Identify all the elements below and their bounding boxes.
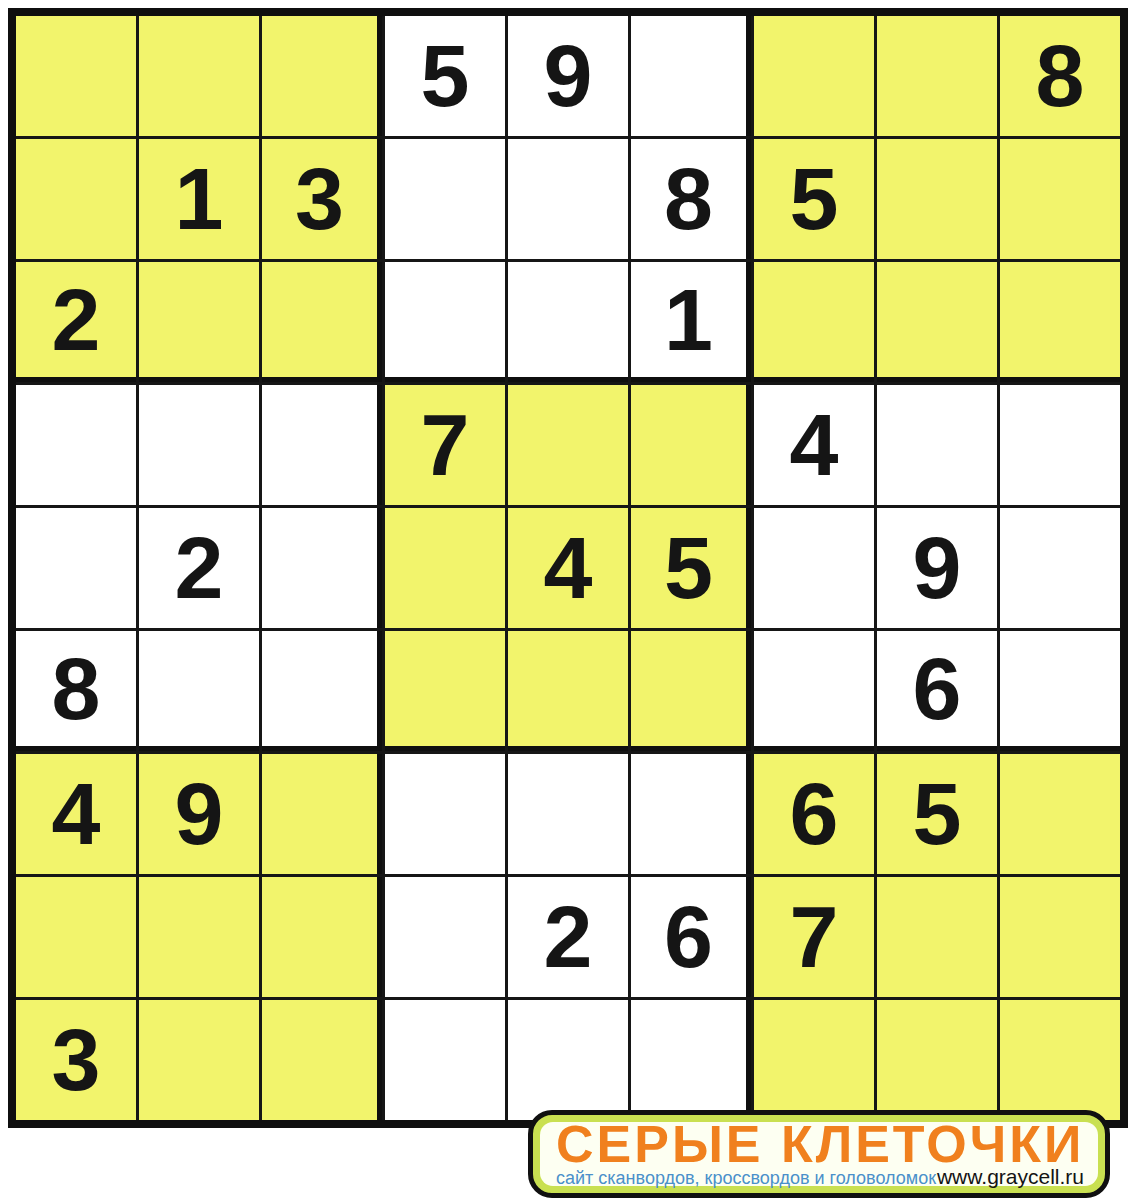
cell-r2c2: 1 xyxy=(139,139,259,259)
sudoku-board: 5981385217424598649652673 xyxy=(8,8,1128,1128)
cell-r9c7[interactable] xyxy=(754,1000,874,1120)
cell-r4c8[interactable] xyxy=(877,385,997,505)
cell-r3c5[interactable] xyxy=(508,262,628,382)
cell-r2c1[interactable] xyxy=(16,139,136,259)
cell-r5c2: 2 xyxy=(139,508,259,628)
cell-r1c1[interactable] xyxy=(16,16,136,136)
cell-r8c6: 6 xyxy=(631,877,751,997)
cell-r1c5: 9 xyxy=(508,16,628,136)
cell-r8c7: 7 xyxy=(754,877,874,997)
cell-r9c4[interactable] xyxy=(385,1000,505,1120)
cell-r6c6[interactable] xyxy=(631,631,751,751)
cell-r4c3[interactable] xyxy=(262,385,382,505)
cell-r1c7[interactable] xyxy=(754,16,874,136)
cell-r6c4[interactable] xyxy=(385,631,505,751)
cell-r1c2[interactable] xyxy=(139,16,259,136)
cell-r2c7: 5 xyxy=(754,139,874,259)
cell-r1c6[interactable] xyxy=(631,16,751,136)
site-logo-text: СЕРЫЕ КЛЕТОЧКИ xyxy=(556,1122,1084,1166)
cell-r7c4[interactable] xyxy=(385,754,505,874)
cell-r6c2[interactable] xyxy=(139,631,259,751)
cell-r6c7[interactable] xyxy=(754,631,874,751)
graycell-banner: СЕРЫЕ КЛЕТОЧКИ сайт сканвордов, кроссвор… xyxy=(528,1110,1110,1198)
cell-r5c5: 4 xyxy=(508,508,628,628)
cell-r3c3[interactable] xyxy=(262,262,382,382)
cell-r8c8[interactable] xyxy=(877,877,997,997)
cell-r7c2: 9 xyxy=(139,754,259,874)
cell-r7c1: 4 xyxy=(16,754,136,874)
cell-r5c8: 9 xyxy=(877,508,997,628)
cell-r1c3[interactable] xyxy=(262,16,382,136)
cell-r6c8: 6 xyxy=(877,631,997,751)
cell-r5c3[interactable] xyxy=(262,508,382,628)
site-tagline: сайт сканвордов, кроссвордов и головолом… xyxy=(556,1168,936,1188)
cell-r8c4[interactable] xyxy=(385,877,505,997)
site-url-link[interactable]: www.graycell.ru xyxy=(937,1166,1084,1187)
cell-r8c3[interactable] xyxy=(262,877,382,997)
cell-r3c8[interactable] xyxy=(877,262,997,382)
cell-r9c2[interactable] xyxy=(139,1000,259,1120)
cell-r2c8[interactable] xyxy=(877,139,997,259)
cell-r5c4[interactable] xyxy=(385,508,505,628)
cell-r6c3[interactable] xyxy=(262,631,382,751)
cell-r5c7[interactable] xyxy=(754,508,874,628)
cell-r8c9[interactable] xyxy=(1000,877,1120,997)
cell-r7c6[interactable] xyxy=(631,754,751,874)
cell-r3c6: 1 xyxy=(631,262,751,382)
cell-r2c3: 3 xyxy=(262,139,382,259)
cell-r2c4[interactable] xyxy=(385,139,505,259)
graycell-banner-inner: СЕРЫЕ КЛЕТОЧКИ сайт сканвордов, кроссвор… xyxy=(540,1122,1098,1186)
cell-r9c3[interactable] xyxy=(262,1000,382,1120)
cell-r7c9[interactable] xyxy=(1000,754,1120,874)
cell-r3c1: 2 xyxy=(16,262,136,382)
cell-r1c9: 8 xyxy=(1000,16,1120,136)
cell-r7c8: 5 xyxy=(877,754,997,874)
cell-r9c8[interactable] xyxy=(877,1000,997,1120)
cell-r2c6: 8 xyxy=(631,139,751,259)
cell-r4c2[interactable] xyxy=(139,385,259,505)
cell-r3c9[interactable] xyxy=(1000,262,1120,382)
cell-r5c9[interactable] xyxy=(1000,508,1120,628)
cell-r7c5[interactable] xyxy=(508,754,628,874)
cell-r3c4[interactable] xyxy=(385,262,505,382)
cell-r1c8[interactable] xyxy=(877,16,997,136)
cell-r5c6: 5 xyxy=(631,508,751,628)
cell-r8c1[interactable] xyxy=(16,877,136,997)
cell-r7c7: 6 xyxy=(754,754,874,874)
cell-r6c9[interactable] xyxy=(1000,631,1120,751)
cell-r2c5[interactable] xyxy=(508,139,628,259)
cell-r4c6[interactable] xyxy=(631,385,751,505)
cell-r4c4: 7 xyxy=(385,385,505,505)
cell-r8c5: 2 xyxy=(508,877,628,997)
banner-bottom-row: сайт сканвордов, кроссвордов и головолом… xyxy=(556,1166,1084,1188)
cell-r3c2[interactable] xyxy=(139,262,259,382)
cell-r9c9[interactable] xyxy=(1000,1000,1120,1120)
cell-r4c9[interactable] xyxy=(1000,385,1120,505)
cell-r5c1[interactable] xyxy=(16,508,136,628)
cell-r7c3[interactable] xyxy=(262,754,382,874)
cell-r9c6[interactable] xyxy=(631,1000,751,1120)
cell-r4c1[interactable] xyxy=(16,385,136,505)
cell-r2c9[interactable] xyxy=(1000,139,1120,259)
cell-r4c5[interactable] xyxy=(508,385,628,505)
cell-r9c1: 3 xyxy=(16,1000,136,1120)
cell-r6c5[interactable] xyxy=(508,631,628,751)
cell-r3c7[interactable] xyxy=(754,262,874,382)
cell-r6c1: 8 xyxy=(16,631,136,751)
cell-r8c2[interactable] xyxy=(139,877,259,997)
cell-r1c4: 5 xyxy=(385,16,505,136)
cell-r4c7: 4 xyxy=(754,385,874,505)
cell-r9c5[interactable] xyxy=(508,1000,628,1120)
